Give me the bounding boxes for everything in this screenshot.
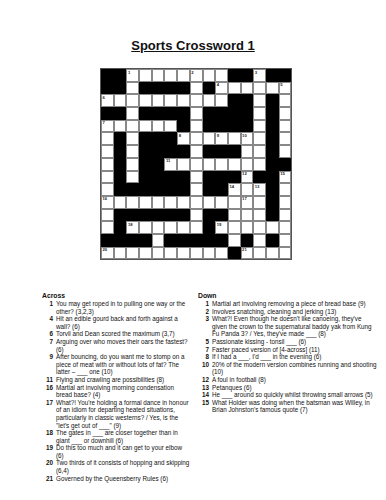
white-cell[interactable] <box>228 132 241 145</box>
black-cell <box>101 69 114 82</box>
black-cell <box>114 145 127 158</box>
white-cell[interactable] <box>190 209 203 222</box>
white-cell[interactable]: 21 <box>241 247 254 260</box>
black-cell <box>266 132 279 145</box>
white-cell[interactable]: 14 <box>228 183 241 196</box>
clue-number: 7 <box>103 120 105 125</box>
white-cell[interactable] <box>203 247 216 260</box>
white-cell[interactable] <box>190 145 203 158</box>
white-cell[interactable]: 20 <box>101 247 114 260</box>
white-cell[interactable] <box>228 221 241 234</box>
white-cell[interactable] <box>164 247 177 260</box>
black-cell <box>152 209 165 222</box>
white-cell[interactable]: 11 <box>164 158 177 171</box>
white-cell[interactable] <box>241 221 254 234</box>
clue-item-text: Passionate kissing - tonsil ___ (6) <box>212 338 378 346</box>
white-cell[interactable] <box>101 209 114 222</box>
white-cell[interactable] <box>253 158 266 171</box>
black-cell <box>228 171 241 184</box>
white-cell[interactable] <box>279 145 292 158</box>
black-cell <box>190 234 203 247</box>
clue-number: 20 <box>103 247 108 252</box>
white-cell[interactable] <box>190 247 203 260</box>
white-cell[interactable] <box>241 145 254 158</box>
clue-number: 2 <box>191 70 193 75</box>
white-cell[interactable] <box>253 94 266 107</box>
clue-item-number: 18 <box>42 429 53 444</box>
clue-item-number: 8 <box>198 353 209 361</box>
black-cell <box>266 120 279 133</box>
black-cell <box>203 183 216 196</box>
white-cell[interactable] <box>203 69 216 82</box>
black-cell <box>101 107 114 120</box>
black-cell <box>164 171 177 184</box>
white-cell[interactable]: 19 <box>215 221 228 234</box>
black-cell <box>177 183 190 196</box>
white-cell[interactable] <box>101 145 114 158</box>
white-cell[interactable] <box>101 158 114 171</box>
clue-item: 11Flying and crawling are possibilities … <box>42 376 190 384</box>
black-cell <box>215 234 228 247</box>
white-cell[interactable] <box>215 69 228 82</box>
clue-item: 15What Holder was doing when the batsman… <box>198 399 378 414</box>
white-cell[interactable] <box>203 158 216 171</box>
black-cell <box>114 69 127 82</box>
white-cell[interactable] <box>126 247 139 260</box>
white-cell[interactable] <box>228 234 241 247</box>
white-cell[interactable] <box>139 247 152 260</box>
white-cell[interactable] <box>279 221 292 234</box>
black-cell <box>164 183 177 196</box>
clue-item-text: Martial art involving morning condensati… <box>56 384 190 399</box>
clue-item-text: 20% of the modern version combines runni… <box>212 361 378 376</box>
black-cell <box>266 183 279 196</box>
clue-item-number: 14 <box>198 391 209 399</box>
white-cell[interactable] <box>190 94 203 107</box>
white-cell[interactable] <box>190 183 203 196</box>
black-cell <box>126 234 139 247</box>
clue-number: 16 <box>103 196 108 201</box>
black-cell <box>177 145 190 158</box>
white-cell[interactable] <box>215 158 228 171</box>
white-cell[interactable] <box>114 196 127 209</box>
white-cell[interactable]: 8 <box>177 132 190 145</box>
white-cell[interactable] <box>253 234 266 247</box>
clue-item-number: 1 <box>42 300 53 315</box>
white-cell[interactable] <box>101 132 114 145</box>
white-cell[interactable] <box>279 107 292 120</box>
document-page: Sports Crossword 1 123456789101112151413… <box>0 0 386 500</box>
white-cell[interactable] <box>126 94 139 107</box>
white-cell[interactable]: 13 <box>253 183 266 196</box>
clue-item-number: 6 <box>42 330 53 338</box>
white-cell[interactable] <box>279 209 292 222</box>
clue-item-text: You may get roped in to pulling one way … <box>56 300 190 315</box>
clue-number: 8 <box>179 133 181 138</box>
clue-item-text: Arguing over who moves their oars the fa… <box>56 338 190 353</box>
white-cell[interactable]: 9 <box>215 132 228 145</box>
clue-item: 3What?! Even though he doesn't like cano… <box>198 315 378 338</box>
black-cell <box>203 234 216 247</box>
white-cell[interactable] <box>164 221 177 234</box>
white-cell[interactable] <box>253 209 266 222</box>
black-cell <box>152 107 165 120</box>
black-cell <box>266 145 279 158</box>
white-cell[interactable] <box>228 209 241 222</box>
black-cell <box>215 183 228 196</box>
white-cell[interactable]: 15 <box>279 171 292 184</box>
black-cell <box>164 209 177 222</box>
white-cell[interactable]: 7 <box>101 120 114 133</box>
clue-number: 12 <box>242 171 247 176</box>
black-cell <box>241 120 254 133</box>
clue-number: 5 <box>280 82 282 87</box>
black-cell <box>241 94 254 107</box>
white-cell[interactable] <box>152 196 165 209</box>
clue-item-number: 7 <box>198 346 209 354</box>
white-cell[interactable] <box>152 120 165 133</box>
clue-item-text: Hit an edible gourd back and forth again… <box>56 315 190 330</box>
black-cell <box>266 107 279 120</box>
black-cell <box>114 209 127 222</box>
white-cell[interactable] <box>126 107 139 120</box>
white-cell[interactable] <box>190 221 203 234</box>
clue-item-text: If I had a ___, I'd ___ in the evening (… <box>212 353 378 361</box>
clue-item-text: What?! Even though he doesn't like canoe… <box>212 315 378 338</box>
black-cell <box>215 120 228 133</box>
black-cell <box>177 82 190 95</box>
white-cell[interactable] <box>215 247 228 260</box>
black-cell <box>114 234 127 247</box>
black-cell <box>266 69 279 82</box>
white-cell[interactable] <box>253 120 266 133</box>
clue-number: 17 <box>242 196 247 201</box>
black-cell <box>152 82 165 95</box>
clue-item-number: 5 <box>198 338 209 346</box>
down-clues-column: Down 1Martial art involving removing a p… <box>196 292 386 482</box>
black-cell <box>215 171 228 184</box>
black-cell <box>164 107 177 120</box>
white-cell[interactable] <box>203 94 216 107</box>
black-cell <box>114 82 127 95</box>
black-cell <box>164 234 177 247</box>
white-cell[interactable] <box>203 132 216 145</box>
white-cell[interactable] <box>177 69 190 82</box>
white-cell[interactable] <box>279 183 292 196</box>
black-cell <box>152 183 165 196</box>
clue-item: 1You may get roped in to pulling one way… <box>42 300 190 315</box>
black-cell <box>164 132 177 145</box>
clue-item: 20Two thirds of it consists of hopping a… <box>42 459 190 474</box>
black-cell <box>114 183 127 196</box>
white-cell[interactable] <box>177 196 190 209</box>
white-cell[interactable] <box>139 221 152 234</box>
clue-item: 19Do this too much and it can get to you… <box>42 444 190 459</box>
crossword-grid: 123456789101112151413161718192021 <box>100 68 292 260</box>
clue-number: 11 <box>166 158 170 163</box>
white-cell[interactable] <box>139 94 152 107</box>
black-cell <box>203 221 216 234</box>
clue-item-text: Faster paced version of [4-across] (11) <box>212 346 378 354</box>
clue-number: 15 <box>280 171 285 176</box>
black-cell <box>152 158 165 171</box>
clue-item-text: A foul in football (8) <box>212 376 378 384</box>
clue-item-number: 7 <box>42 338 53 353</box>
white-cell[interactable] <box>126 82 139 95</box>
clue-number: 18 <box>128 222 133 227</box>
black-cell <box>139 145 152 158</box>
white-cell[interactable] <box>253 132 266 145</box>
clue-item: 2Involves snatching, cleaning and jerkin… <box>198 308 378 316</box>
white-cell[interactable] <box>241 82 254 95</box>
black-cell <box>228 145 241 158</box>
clue-item-text: Governed by the Queensberry Rules (6) <box>56 475 190 483</box>
black-cell <box>266 209 279 222</box>
black-cell <box>114 171 127 184</box>
clue-item-number: 3 <box>198 315 209 338</box>
white-cell[interactable] <box>266 82 279 95</box>
white-cell[interactable]: 10 <box>241 132 254 145</box>
clue-number: 14 <box>229 184 234 189</box>
white-cell[interactable] <box>177 94 190 107</box>
clue-item: 6Torvil and Dean scored the maximum (3,7… <box>42 330 190 338</box>
black-cell <box>241 69 254 82</box>
white-cell[interactable] <box>266 221 279 234</box>
white-cell[interactable] <box>241 183 254 196</box>
clue-item: 7Arguing over who moves their oars the f… <box>42 338 190 353</box>
white-cell[interactable] <box>190 132 203 145</box>
white-cell[interactable]: 12 <box>241 171 254 184</box>
black-cell <box>279 158 292 171</box>
white-cell[interactable] <box>228 82 241 95</box>
white-cell[interactable] <box>279 234 292 247</box>
white-cell[interactable] <box>253 107 266 120</box>
clue-item-text: Involves snatching, cleaning and jerking… <box>212 308 378 316</box>
across-clues-column: Across 1You may get roped in to pulling … <box>0 292 196 482</box>
white-cell[interactable]: 3 <box>253 69 266 82</box>
page-title: Sports Crossword 1 <box>0 38 386 53</box>
clue-number: 9 <box>217 133 219 138</box>
white-cell[interactable] <box>215 196 228 209</box>
black-cell <box>203 82 216 95</box>
white-cell[interactable] <box>266 247 279 260</box>
clue-item: 14He ___ around so quickly whilst throwi… <box>198 391 378 399</box>
clue-item-number: 16 <box>42 384 53 399</box>
white-cell[interactable] <box>279 120 292 133</box>
black-cell <box>177 120 190 133</box>
white-cell[interactable] <box>164 69 177 82</box>
white-cell[interactable] <box>101 221 114 234</box>
white-cell[interactable]: 18 <box>126 221 139 234</box>
white-cell[interactable] <box>101 183 114 196</box>
black-cell <box>152 145 165 158</box>
white-cell[interactable] <box>241 158 254 171</box>
black-cell <box>139 183 152 196</box>
clue-number: 3 <box>255 70 257 75</box>
white-cell[interactable] <box>114 94 127 107</box>
white-cell[interactable] <box>228 158 241 171</box>
clue-item-text: After bouncing, do you want me to stomp … <box>56 353 190 376</box>
white-cell[interactable] <box>126 158 139 171</box>
clue-number: 4 <box>217 82 219 87</box>
black-cell <box>215 107 228 120</box>
black-cell <box>126 209 139 222</box>
white-cell[interactable] <box>177 221 190 234</box>
white-cell[interactable] <box>190 158 203 171</box>
white-cell[interactable]: 1 <box>126 69 139 82</box>
clue-item: 16Martial art involving morning condensa… <box>42 384 190 399</box>
black-cell <box>101 82 114 95</box>
clue-item: 1020% of the modern version combines run… <box>198 361 378 376</box>
clue-number: 10 <box>242 133 247 138</box>
clue-item-number: 1 <box>198 300 209 308</box>
black-cell <box>203 209 216 222</box>
clue-item: 5Passionate kissing - tonsil ___ (6) <box>198 338 378 346</box>
white-cell[interactable] <box>152 69 165 82</box>
white-cell[interactable] <box>126 145 139 158</box>
clue-item-number: 19 <box>42 444 53 459</box>
black-cell <box>228 247 241 260</box>
across-clue-list: 1You may get roped in to pulling one way… <box>42 300 190 482</box>
white-cell[interactable] <box>177 247 190 260</box>
clue-item-text: Martial art involving removing a piece o… <box>212 300 378 308</box>
white-cell[interactable] <box>126 132 139 145</box>
white-cell[interactable] <box>152 247 165 260</box>
white-cell[interactable] <box>253 145 266 158</box>
white-cell[interactable] <box>190 196 203 209</box>
black-cell <box>228 107 241 120</box>
clue-item-text: Torvil and Dean scored the maximum (3,7) <box>56 330 190 338</box>
black-cell <box>139 234 152 247</box>
clue-item-number: 13 <box>198 384 209 392</box>
white-cell[interactable]: 5 <box>279 82 292 95</box>
black-cell <box>266 158 279 171</box>
clue-item-number: 11 <box>42 376 53 384</box>
white-cell[interactable] <box>215 94 228 107</box>
white-cell[interactable] <box>139 196 152 209</box>
black-cell <box>164 145 177 158</box>
white-cell[interactable] <box>253 82 266 95</box>
clue-item-number: 12 <box>198 376 209 384</box>
clue-item: 4Hit an edible gourd back and forth agai… <box>42 315 190 330</box>
white-cell[interactable] <box>190 107 203 120</box>
white-cell[interactable] <box>279 247 292 260</box>
black-cell <box>101 234 114 247</box>
black-cell <box>114 158 127 171</box>
black-cell <box>203 120 216 133</box>
white-cell[interactable] <box>190 82 203 95</box>
white-cell[interactable] <box>241 209 254 222</box>
white-cell[interactable]: 16 <box>101 196 114 209</box>
across-header: Across <box>42 292 190 299</box>
clue-item-text: Petanques (6) <box>212 384 378 392</box>
black-cell <box>266 196 279 209</box>
white-cell[interactable] <box>139 120 152 133</box>
white-cell[interactable] <box>139 69 152 82</box>
clue-item-number: 15 <box>198 399 209 414</box>
down-clue-list: 1Martial art involving removing a piece … <box>198 300 378 414</box>
clue-item: 8If I had a ___, I'd ___ in the evening … <box>198 353 378 361</box>
black-cell <box>139 209 152 222</box>
white-cell[interactable]: 6 <box>101 94 114 107</box>
white-cell[interactable] <box>164 94 177 107</box>
crossword-grid-wrap: 123456789101112151413161718192021 <box>100 68 292 260</box>
white-cell[interactable] <box>152 94 165 107</box>
white-cell[interactable] <box>190 171 203 184</box>
black-cell <box>203 171 216 184</box>
clue-item-number: 21 <box>42 475 53 483</box>
white-cell[interactable] <box>126 196 139 209</box>
black-cell <box>215 209 228 222</box>
white-cell[interactable] <box>126 171 139 184</box>
black-cell <box>139 132 152 145</box>
white-cell[interactable] <box>164 120 177 133</box>
white-cell[interactable] <box>279 132 292 145</box>
clue-item: 12A foul in football (8) <box>198 376 378 384</box>
white-cell[interactable] <box>126 120 139 133</box>
white-cell[interactable]: 17 <box>241 196 254 209</box>
down-header: Down <box>198 292 378 299</box>
black-cell <box>114 132 127 145</box>
black-cell <box>203 107 216 120</box>
white-cell[interactable] <box>253 196 266 209</box>
white-cell[interactable]: 4 <box>215 82 228 95</box>
clue-item: 7Faster paced version of [4-across] (11) <box>198 346 378 354</box>
clue-item: 13Petanques (6) <box>198 384 378 392</box>
black-cell <box>164 82 177 95</box>
clue-number: 21 <box>242 247 247 252</box>
white-cell[interactable] <box>177 158 190 171</box>
clue-item-number: 10 <box>198 361 209 376</box>
white-cell[interactable] <box>190 120 203 133</box>
clue-item-number: 9 <box>42 353 53 376</box>
white-cell[interactable] <box>253 221 266 234</box>
white-cell[interactable]: 2 <box>190 69 203 82</box>
black-cell <box>253 171 266 184</box>
black-cell <box>177 107 190 120</box>
clue-number: 13 <box>255 184 260 189</box>
white-cell[interactable] <box>114 120 127 133</box>
clue-item-number: 2 <box>198 308 209 316</box>
black-cell <box>177 234 190 247</box>
white-cell[interactable] <box>228 196 241 209</box>
black-cell <box>266 234 279 247</box>
black-cell <box>152 132 165 145</box>
white-cell[interactable] <box>164 196 177 209</box>
clue-item: 21Governed by the Queensberry Rules (6) <box>42 475 190 483</box>
white-cell[interactable] <box>203 196 216 209</box>
white-cell[interactable] <box>279 196 292 209</box>
white-cell[interactable] <box>152 221 165 234</box>
white-cell[interactable] <box>114 247 127 260</box>
clue-item: 17What?! You're holding a formal dance i… <box>42 399 190 429</box>
black-cell <box>177 209 190 222</box>
clue-number: 6 <box>103 95 105 100</box>
black-cell <box>228 120 241 133</box>
black-cell <box>228 94 241 107</box>
black-cell <box>215 145 228 158</box>
clue-item-text: Do this too much and it can get to your … <box>56 444 190 459</box>
white-cell[interactable] <box>101 171 114 184</box>
clue-number: 19 <box>217 222 222 227</box>
clue-item-number: 20 <box>42 459 53 474</box>
white-cell[interactable] <box>253 247 266 260</box>
clue-item: 1Martial art involving removing a piece … <box>198 300 378 308</box>
white-cell[interactable] <box>152 234 165 247</box>
clue-item-text: The gates in ___ are closer together tha… <box>56 429 190 444</box>
white-cell[interactable] <box>279 94 292 107</box>
black-cell <box>126 183 139 196</box>
